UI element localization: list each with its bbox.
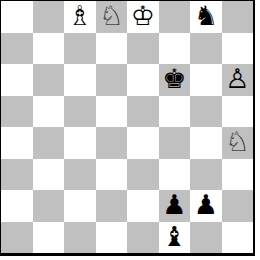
- square-h4[interactable]: ♘: [222, 127, 254, 159]
- white-knight[interactable]: ♘: [99, 2, 123, 29]
- square-d5[interactable]: [96, 96, 128, 128]
- square-d7[interactable]: [96, 33, 128, 65]
- square-e8[interactable]: ♔: [127, 1, 159, 33]
- square-g4[interactable]: [190, 127, 222, 159]
- square-c5[interactable]: [64, 96, 96, 128]
- square-a6[interactable]: [1, 64, 33, 96]
- square-c6[interactable]: [64, 64, 96, 96]
- square-a5[interactable]: [1, 96, 33, 128]
- black-knight[interactable]: ♞: [194, 2, 218, 29]
- square-f5[interactable]: [159, 96, 191, 128]
- chess-board: ♗♘♔♞♚♙♘♟♟♝: [0, 0, 255, 256]
- square-g2[interactable]: ♟: [190, 190, 222, 222]
- white-pawn[interactable]: ♙: [225, 65, 249, 92]
- square-d3[interactable]: [96, 159, 128, 191]
- black-bishop[interactable]: ♝: [162, 223, 186, 250]
- square-e3[interactable]: [127, 159, 159, 191]
- square-f3[interactable]: [159, 159, 191, 191]
- square-c1[interactable]: [64, 222, 96, 254]
- square-h3[interactable]: [222, 159, 254, 191]
- square-h6[interactable]: ♙: [222, 64, 254, 96]
- square-a1[interactable]: [1, 222, 33, 254]
- square-b5[interactable]: [33, 96, 65, 128]
- square-e7[interactable]: [127, 33, 159, 65]
- white-bishop[interactable]: ♗: [68, 2, 92, 29]
- square-h2[interactable]: [222, 190, 254, 222]
- square-f6[interactable]: ♚: [159, 64, 191, 96]
- square-e1[interactable]: [127, 222, 159, 254]
- square-d2[interactable]: [96, 190, 128, 222]
- square-b4[interactable]: [33, 127, 65, 159]
- square-a7[interactable]: [1, 33, 33, 65]
- square-c2[interactable]: [64, 190, 96, 222]
- square-g1[interactable]: [190, 222, 222, 254]
- square-d4[interactable]: [96, 127, 128, 159]
- square-d8[interactable]: ♘: [96, 1, 128, 33]
- square-d6[interactable]: [96, 64, 128, 96]
- square-f1[interactable]: ♝: [159, 222, 191, 254]
- square-f7[interactable]: [159, 33, 191, 65]
- square-a4[interactable]: [1, 127, 33, 159]
- square-c8[interactable]: ♗: [64, 1, 96, 33]
- square-d1[interactable]: [96, 222, 128, 254]
- square-h5[interactable]: [222, 96, 254, 128]
- square-h8[interactable]: [222, 1, 254, 33]
- square-g8[interactable]: ♞: [190, 1, 222, 33]
- square-h1[interactable]: [222, 222, 254, 254]
- square-b7[interactable]: [33, 33, 65, 65]
- square-a8[interactable]: [1, 1, 33, 33]
- square-h7[interactable]: [222, 33, 254, 65]
- square-f4[interactable]: [159, 127, 191, 159]
- square-b1[interactable]: [33, 222, 65, 254]
- square-f2[interactable]: ♟: [159, 190, 191, 222]
- chess-diagram: ♗♘♔♞♚♙♘♟♟♝: [0, 0, 260, 260]
- square-a3[interactable]: [1, 159, 33, 191]
- square-g3[interactable]: [190, 159, 222, 191]
- square-e2[interactable]: [127, 190, 159, 222]
- square-e5[interactable]: [127, 96, 159, 128]
- square-a2[interactable]: [1, 190, 33, 222]
- black-pawn[interactable]: ♟: [162, 191, 186, 218]
- black-pawn[interactable]: ♟: [194, 191, 218, 218]
- square-b2[interactable]: [33, 190, 65, 222]
- square-e6[interactable]: [127, 64, 159, 96]
- square-g7[interactable]: [190, 33, 222, 65]
- square-b8[interactable]: [33, 1, 65, 33]
- square-c7[interactable]: [64, 33, 96, 65]
- square-e4[interactable]: [127, 127, 159, 159]
- black-king[interactable]: ♚: [162, 65, 186, 92]
- square-g6[interactable]: [190, 64, 222, 96]
- white-king[interactable]: ♔: [131, 2, 155, 29]
- square-c3[interactable]: [64, 159, 96, 191]
- square-b3[interactable]: [33, 159, 65, 191]
- square-g5[interactable]: [190, 96, 222, 128]
- square-f8[interactable]: [159, 1, 191, 33]
- white-knight[interactable]: ♘: [225, 128, 249, 155]
- square-b6[interactable]: [33, 64, 65, 96]
- square-c4[interactable]: [64, 127, 96, 159]
